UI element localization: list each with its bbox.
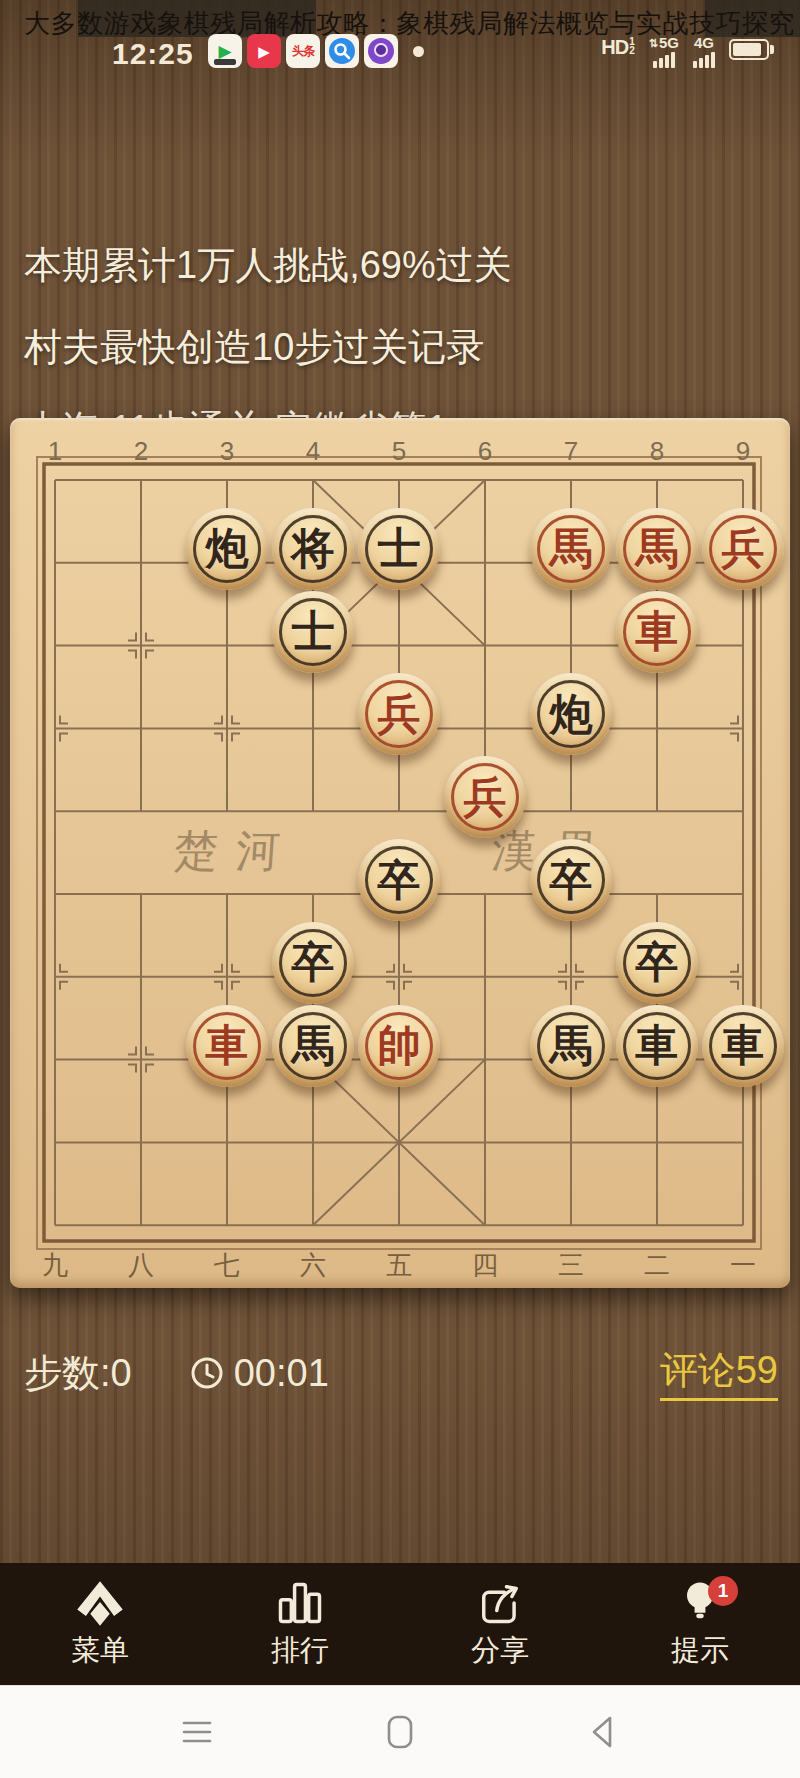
piece-ring — [623, 515, 691, 583]
piece-red-兵[interactable]: 兵 — [702, 508, 784, 590]
android-home-icon[interactable] — [383, 1714, 417, 1750]
piece-ring — [193, 515, 261, 583]
piece-red-帥[interactable]: 帥 — [358, 1005, 440, 1087]
notification-icons: ▶ ▶ 头条 — [208, 34, 424, 68]
android-menu-icon[interactable] — [180, 1714, 214, 1750]
battery-icon — [729, 39, 774, 60]
signal-4g-icon: 4G — [693, 36, 715, 68]
piece-red-馬[interactable]: 馬 — [530, 508, 612, 590]
piece-black-炮[interactable]: 炮 — [530, 673, 612, 755]
status-right-icons: HD 12 ⇅5G 4G — [601, 36, 774, 68]
piece-ring — [365, 680, 433, 748]
ranking-bars-icon — [274, 1578, 326, 1628]
piece-ring — [365, 515, 433, 583]
piece-black-車[interactable]: 車 — [702, 1005, 784, 1087]
piece-ring — [279, 598, 347, 666]
bottom-nav-bar: 菜单 排行 分享 提示 1 — [0, 1563, 800, 1685]
piece-ring — [623, 929, 691, 997]
piece-ring — [193, 1012, 261, 1080]
piece-black-卒[interactable]: 卒 — [530, 839, 612, 921]
piece-black-卒[interactable]: 卒 — [616, 922, 698, 1004]
menu-button[interactable]: 菜单 — [0, 1578, 200, 1671]
piece-ring — [709, 1012, 777, 1080]
piece-black-卒[interactable]: 卒 — [358, 839, 440, 921]
piece-black-卒[interactable]: 卒 — [272, 922, 354, 1004]
android-back-icon[interactable] — [586, 1714, 620, 1750]
app-screen: 大多数游戏象棋残局解析攻略：象棋残局解法概览与实战技巧探究 12:25 ▶ ▶ … — [0, 0, 800, 1778]
piece-ring — [537, 515, 605, 583]
piece-red-車[interactable]: 車 — [186, 1005, 268, 1087]
piece-ring — [365, 1012, 433, 1080]
piece-red-兵[interactable]: 兵 — [358, 673, 440, 755]
notification-dot — [413, 46, 424, 57]
android-nav-bar — [0, 1685, 800, 1778]
piece-ring — [279, 1012, 347, 1080]
piece-black-炮[interactable]: 炮 — [186, 508, 268, 590]
timer-clock-icon — [190, 1356, 224, 1390]
status-bar: 12:25 ▶ ▶ 头条 HD 12 ⇅5 — [0, 32, 800, 76]
signal-5g-icon: ⇅5G — [649, 36, 679, 68]
announcement-line-2: 村夫最快创造10步过关记录 — [24, 306, 512, 388]
hint-button[interactable]: 提示 1 — [600, 1578, 800, 1671]
piece-black-士[interactable]: 士 — [358, 508, 440, 590]
piece-black-馬[interactable]: 馬 — [272, 1005, 354, 1087]
piece-black-車[interactable]: 車 — [616, 1005, 698, 1087]
piece-ring — [451, 763, 519, 831]
piece-ring — [279, 515, 347, 583]
game-info-bar: 步数:0 00:01 评论59 — [24, 1348, 778, 1398]
piece-red-車[interactable]: 車 — [616, 591, 698, 673]
toutiao-icon: 头条 — [286, 34, 320, 68]
hint-badge: 1 — [708, 1576, 738, 1606]
timer-value: 00:01 — [234, 1352, 329, 1395]
share-button[interactable]: 分享 — [400, 1578, 600, 1671]
piece-ring — [709, 515, 777, 583]
menu-peak-icon — [74, 1578, 126, 1628]
pieces-layer: 炮将士馬馬兵士車兵炮兵卒卒卒卒車馬帥馬車車 — [10, 418, 790, 1288]
piece-black-士[interactable]: 士 — [272, 591, 354, 673]
piece-ring — [279, 929, 347, 997]
piece-ring — [537, 1012, 605, 1080]
piece-ring — [537, 846, 605, 914]
tencent-video-icon: ▶ — [208, 34, 242, 68]
piece-black-馬[interactable]: 馬 — [530, 1005, 612, 1087]
comments-link[interactable]: 评论59 — [660, 1345, 778, 1401]
xiangqi-board[interactable]: 123456789 楚河 漢界 炮将士馬馬兵士車兵炮兵卒卒卒卒車馬帥馬車車 九八… — [10, 418, 790, 1288]
piece-ring — [623, 598, 691, 666]
video-play-icon: ▶ — [247, 34, 281, 68]
announcement-line-1: 本期累计1万人挑战,69%过关 — [24, 224, 512, 306]
clock-time: 12:25 — [112, 37, 194, 71]
piece-red-兵[interactable]: 兵 — [444, 756, 526, 838]
share-arrow-icon — [474, 1578, 526, 1628]
search-app-icon — [325, 34, 359, 68]
piece-black-将[interactable]: 将 — [272, 508, 354, 590]
browser-app-icon — [364, 34, 398, 68]
move-counter: 步数:0 — [24, 1348, 132, 1399]
ranking-button[interactable]: 排行 — [200, 1578, 400, 1671]
hd-volte-icon: HD 12 — [601, 36, 634, 59]
piece-red-馬[interactable]: 馬 — [616, 508, 698, 590]
piece-ring — [623, 1012, 691, 1080]
piece-ring — [365, 846, 433, 914]
piece-ring — [537, 680, 605, 748]
